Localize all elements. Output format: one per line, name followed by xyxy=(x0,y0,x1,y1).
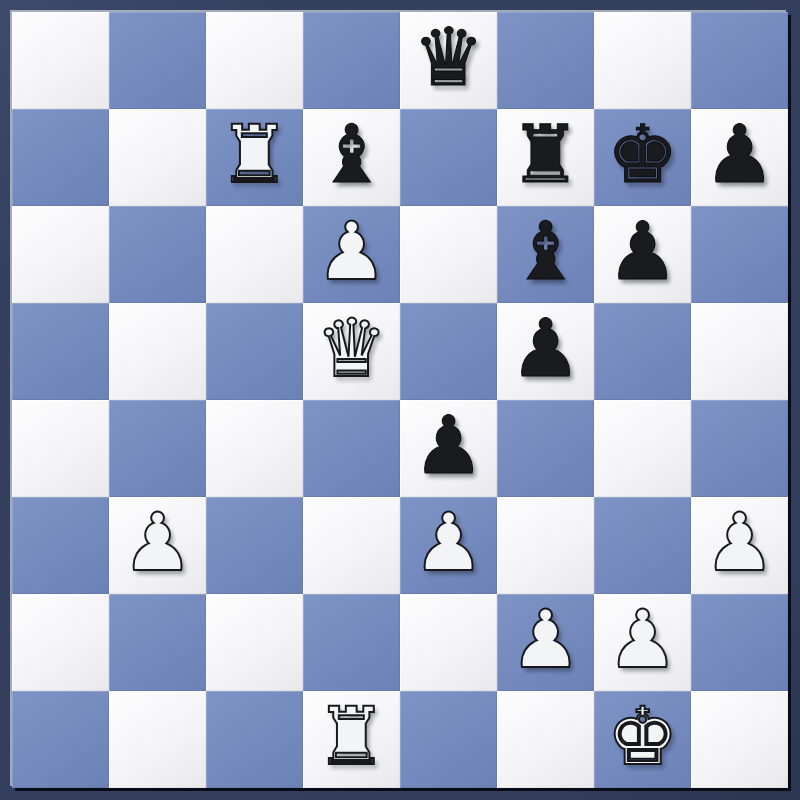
square-h4[interactable] xyxy=(691,400,788,497)
square-b4[interactable] xyxy=(109,400,206,497)
white-queen-piece[interactable]: ♛ xyxy=(316,309,388,389)
square-c8[interactable] xyxy=(206,12,303,109)
square-a8[interactable] xyxy=(12,12,109,109)
white-rook-piece[interactable]: ♜ xyxy=(219,115,291,195)
square-h1[interactable] xyxy=(691,691,788,788)
square-f2[interactable]: ♟ xyxy=(497,594,594,691)
square-f5[interactable]: ♟ xyxy=(497,303,594,400)
square-f4[interactable] xyxy=(497,400,594,497)
square-h6[interactable] xyxy=(691,206,788,303)
square-d2[interactable] xyxy=(303,594,400,691)
black-pawn-piece[interactable]: ♟ xyxy=(607,212,679,292)
square-a3[interactable] xyxy=(12,497,109,594)
square-e3[interactable]: ♟ xyxy=(400,497,497,594)
black-queen-piece[interactable]: ♛ xyxy=(413,18,485,98)
square-d3[interactable] xyxy=(303,497,400,594)
white-pawn-piece[interactable]: ♟ xyxy=(413,503,485,583)
white-pawn-piece[interactable]: ♟ xyxy=(704,503,776,583)
black-king-piece[interactable]: ♚ xyxy=(607,115,679,195)
square-g7[interactable]: ♚ xyxy=(594,109,691,206)
square-d4[interactable] xyxy=(303,400,400,497)
square-a1[interactable] xyxy=(12,691,109,788)
square-d5[interactable]: ♛ xyxy=(303,303,400,400)
square-f1[interactable] xyxy=(497,691,594,788)
square-g6[interactable]: ♟ xyxy=(594,206,691,303)
square-e4[interactable]: ♟ xyxy=(400,400,497,497)
white-pawn-piece[interactable]: ♟ xyxy=(122,503,194,583)
square-g8[interactable] xyxy=(594,12,691,109)
square-c1[interactable] xyxy=(206,691,303,788)
square-f7[interactable]: ♜ xyxy=(497,109,594,206)
black-bishop-piece[interactable]: ♝ xyxy=(316,115,388,195)
black-bishop-piece[interactable]: ♝ xyxy=(510,212,582,292)
square-d6[interactable]: ♟ xyxy=(303,206,400,303)
square-a6[interactable] xyxy=(12,206,109,303)
square-h2[interactable] xyxy=(691,594,788,691)
square-c7[interactable]: ♜ xyxy=(206,109,303,206)
square-g2[interactable]: ♟ xyxy=(594,594,691,691)
square-a2[interactable] xyxy=(12,594,109,691)
square-c3[interactable] xyxy=(206,497,303,594)
black-pawn-piece[interactable]: ♟ xyxy=(704,115,776,195)
square-h3[interactable]: ♟ xyxy=(691,497,788,594)
black-rook-piece[interactable]: ♜ xyxy=(510,115,582,195)
black-pawn-piece[interactable]: ♟ xyxy=(413,406,485,486)
square-b1[interactable] xyxy=(109,691,206,788)
white-king-piece[interactable]: ♚ xyxy=(607,697,679,777)
chess-board: ♛♜♝♜♚♟♟♝♟♛♟♟♟♟♟♟♟♜♚ xyxy=(12,12,788,788)
square-e2[interactable] xyxy=(400,594,497,691)
white-rook-piece[interactable]: ♜ xyxy=(316,697,388,777)
square-a7[interactable] xyxy=(12,109,109,206)
square-b5[interactable] xyxy=(109,303,206,400)
square-b2[interactable] xyxy=(109,594,206,691)
square-e7[interactable] xyxy=(400,109,497,206)
white-pawn-piece[interactable]: ♟ xyxy=(607,600,679,680)
square-h7[interactable]: ♟ xyxy=(691,109,788,206)
square-d1[interactable]: ♜ xyxy=(303,691,400,788)
square-a4[interactable] xyxy=(12,400,109,497)
square-g1[interactable]: ♚ xyxy=(594,691,691,788)
square-g4[interactable] xyxy=(594,400,691,497)
white-pawn-piece[interactable]: ♟ xyxy=(316,212,388,292)
board-frame: ♛♜♝♜♚♟♟♝♟♛♟♟♟♟♟♟♟♜♚ xyxy=(0,0,800,800)
square-b8[interactable] xyxy=(109,12,206,109)
square-c2[interactable] xyxy=(206,594,303,691)
square-a5[interactable] xyxy=(12,303,109,400)
square-c4[interactable] xyxy=(206,400,303,497)
square-e8[interactable]: ♛ xyxy=(400,12,497,109)
square-f6[interactable]: ♝ xyxy=(497,206,594,303)
square-g3[interactable] xyxy=(594,497,691,594)
square-b7[interactable] xyxy=(109,109,206,206)
square-e1[interactable] xyxy=(400,691,497,788)
square-b3[interactable]: ♟ xyxy=(109,497,206,594)
square-f8[interactable] xyxy=(497,12,594,109)
square-b6[interactable] xyxy=(109,206,206,303)
black-pawn-piece[interactable]: ♟ xyxy=(510,309,582,389)
square-g5[interactable] xyxy=(594,303,691,400)
square-h5[interactable] xyxy=(691,303,788,400)
square-c6[interactable] xyxy=(206,206,303,303)
white-pawn-piece[interactable]: ♟ xyxy=(510,600,582,680)
square-e6[interactable] xyxy=(400,206,497,303)
square-h8[interactable] xyxy=(691,12,788,109)
square-f3[interactable] xyxy=(497,497,594,594)
square-d8[interactable] xyxy=(303,12,400,109)
square-e5[interactable] xyxy=(400,303,497,400)
square-c5[interactable] xyxy=(206,303,303,400)
square-d7[interactable]: ♝ xyxy=(303,109,400,206)
